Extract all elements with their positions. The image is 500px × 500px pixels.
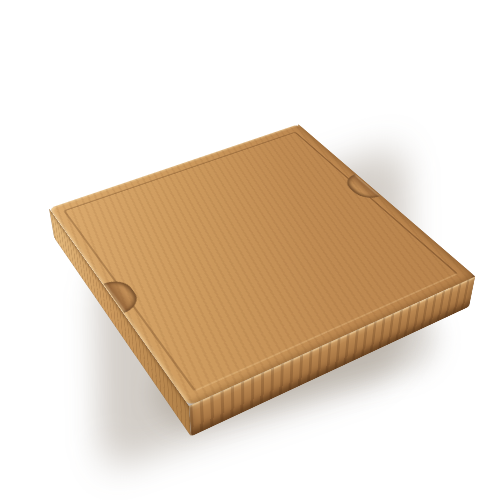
tile-18[interactable]: 18 bbox=[245, 257, 316, 305]
tile-13[interactable]: 13 bbox=[219, 229, 287, 273]
tile-17[interactable]: 17 bbox=[199, 275, 271, 325]
tile-number: 24 bbox=[330, 276, 381, 309]
tile-number: 25 bbox=[374, 258, 424, 289]
tile-number: 18 bbox=[256, 264, 305, 296]
tile-2[interactable]: 2 bbox=[129, 192, 193, 232]
tile-number: 11 bbox=[136, 270, 185, 302]
tile-number: 16 bbox=[160, 302, 211, 337]
tile-number: 14 bbox=[273, 219, 320, 247]
tile-number: 9 bbox=[250, 193, 290, 220]
tile-number: 5 bbox=[266, 156, 304, 180]
tile-19[interactable]: 19 bbox=[290, 240, 360, 286]
tile-number: 22 bbox=[237, 315, 289, 351]
tile-7[interactable]: 7 bbox=[150, 218, 216, 261]
photo-stage: 1234567891011121314151617181920212223242… bbox=[0, 0, 500, 500]
tile-14[interactable]: 14 bbox=[263, 213, 330, 255]
tile-number: 21 bbox=[187, 336, 240, 374]
tile-number: 3 bbox=[184, 184, 222, 210]
tile-number: 10 bbox=[288, 179, 332, 204]
tile-16[interactable]: 16 bbox=[150, 293, 223, 345]
tile-21[interactable]: 21 bbox=[175, 327, 251, 383]
tile-number: 8 bbox=[207, 209, 247, 237]
tile-3[interactable]: 3 bbox=[172, 178, 235, 217]
tile-4[interactable]: 4 bbox=[214, 164, 276, 201]
tile-9[interactable]: 9 bbox=[238, 187, 303, 227]
tile-number: 7 bbox=[163, 225, 203, 254]
tile-23[interactable]: 23 bbox=[273, 287, 347, 338]
tile-12[interactable]: 12 bbox=[174, 245, 243, 291]
tile-20[interactable]: 20 bbox=[333, 223, 402, 267]
tile-5[interactable]: 5 bbox=[254, 150, 315, 186]
tile-number: 19 bbox=[301, 247, 350, 277]
tile-number: 2 bbox=[141, 199, 180, 226]
tile-number: 4 bbox=[226, 169, 264, 194]
tile-number: 13 bbox=[229, 236, 276, 265]
tile-number: 15 bbox=[315, 204, 361, 231]
tile-22[interactable]: 22 bbox=[226, 306, 301, 360]
tile-11[interactable]: 11 bbox=[126, 263, 196, 311]
tile-25[interactable]: 25 bbox=[363, 251, 435, 298]
tile-number: 12 bbox=[184, 253, 232, 284]
tile-10[interactable]: 10 bbox=[279, 173, 343, 211]
tile-1[interactable]: 1 bbox=[83, 207, 147, 249]
tile-24[interactable]: 24 bbox=[319, 269, 392, 318]
tile-6[interactable]: 6 bbox=[104, 234, 171, 279]
tile-number: 20 bbox=[343, 230, 391, 259]
tile-number: 6 bbox=[117, 241, 157, 271]
tile-number: 23 bbox=[285, 295, 336, 329]
tile-15[interactable]: 15 bbox=[305, 197, 371, 238]
tile-number: 1 bbox=[96, 214, 135, 242]
tile-number: 17 bbox=[209, 283, 259, 316]
tile-8[interactable]: 8 bbox=[195, 202, 260, 243]
